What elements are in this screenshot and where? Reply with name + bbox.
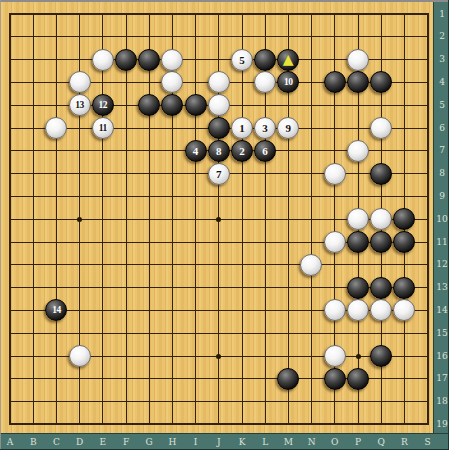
- stone-O14[interactable]: [324, 299, 346, 321]
- go-game-diagram: 5▲101312111394826714 1234567891011121314…: [0, 0, 449, 450]
- move-number: 7: [209, 164, 229, 184]
- move-number: 5: [232, 50, 252, 70]
- stone-D4[interactable]: [69, 71, 91, 93]
- row-label: 12: [434, 259, 449, 270]
- stone-E6[interactable]: 11: [92, 117, 114, 139]
- column-label: O: [327, 437, 343, 448]
- column-label: R: [396, 437, 412, 448]
- stone-Q16[interactable]: [370, 345, 392, 367]
- row-label: 7: [434, 145, 449, 156]
- column-label: E: [95, 437, 111, 448]
- stone-K3[interactable]: 5: [231, 49, 253, 71]
- stone-P13[interactable]: [347, 277, 369, 299]
- column-label: B: [25, 437, 41, 448]
- column-label: L: [257, 437, 273, 448]
- move-number: 6: [255, 141, 275, 161]
- stone-J6[interactable]: [208, 117, 230, 139]
- row-label: 15: [434, 328, 449, 339]
- stone-N12[interactable]: [300, 254, 322, 276]
- move-number: 14: [46, 300, 66, 320]
- stone-P7[interactable]: [347, 140, 369, 162]
- stone-J7[interactable]: 8: [208, 140, 230, 162]
- stone-P11[interactable]: [347, 231, 369, 253]
- column-label: G: [141, 437, 157, 448]
- stone-C14[interactable]: 14: [45, 299, 67, 321]
- row-label: 14: [434, 305, 449, 316]
- column-label: I: [188, 437, 204, 448]
- column-label: F: [118, 437, 134, 448]
- stone-J8[interactable]: 7: [208, 163, 230, 185]
- column-label: N: [304, 437, 320, 448]
- row-label: 11: [434, 237, 449, 248]
- stone-Q11[interactable]: [370, 231, 392, 253]
- stone-P14[interactable]: [347, 299, 369, 321]
- column-label: S: [420, 437, 436, 448]
- move-number: 1: [232, 118, 252, 138]
- column-label: P: [350, 437, 366, 448]
- stone-M4[interactable]: 10: [277, 71, 299, 93]
- stone-E5[interactable]: 12: [92, 94, 114, 116]
- row-label: 16: [434, 351, 449, 362]
- row-label: 17: [434, 373, 449, 384]
- stone-Q4[interactable]: [370, 71, 392, 93]
- column-label: Q: [373, 437, 389, 448]
- stone-H4[interactable]: [161, 71, 183, 93]
- stone-O11[interactable]: [324, 231, 346, 253]
- row-label: 9: [434, 191, 449, 202]
- column-label: K: [234, 437, 250, 448]
- stone-G3[interactable]: [138, 49, 160, 71]
- stone-I7[interactable]: 4: [185, 140, 207, 162]
- stone-J4[interactable]: [208, 71, 230, 93]
- row-label: 19: [434, 419, 449, 430]
- stone-O4[interactable]: [324, 71, 346, 93]
- stone-H3[interactable]: [161, 49, 183, 71]
- stones-layer: 5▲101312111394826714: [0, 3, 439, 436]
- stone-L7[interactable]: 6: [254, 140, 276, 162]
- stone-P4[interactable]: [347, 71, 369, 93]
- row-label: 1: [434, 9, 449, 20]
- stone-H5[interactable]: [161, 94, 183, 116]
- row-label: 6: [434, 123, 449, 134]
- stone-M17[interactable]: [277, 368, 299, 390]
- column-label: H: [164, 437, 180, 448]
- stone-O8[interactable]: [324, 163, 346, 185]
- row-label: 2: [434, 31, 449, 42]
- stone-L6[interactable]: 3: [254, 117, 276, 139]
- column-label: D: [72, 437, 88, 448]
- stone-Q8[interactable]: [370, 163, 392, 185]
- stone-J5[interactable]: [208, 94, 230, 116]
- row-label: 18: [434, 396, 449, 407]
- stone-O16[interactable]: [324, 345, 346, 367]
- row-label: 3: [434, 54, 449, 65]
- move-number: 9: [278, 118, 298, 138]
- stone-M6[interactable]: 9: [277, 117, 299, 139]
- goban[interactable]: 5▲101312111394826714: [0, 0, 433, 433]
- stone-E3[interactable]: [92, 49, 114, 71]
- triangle-marker: ▲: [278, 49, 298, 69]
- move-number: 8: [209, 141, 229, 161]
- stone-K6[interactable]: 1: [231, 117, 253, 139]
- row-label: 5: [434, 100, 449, 111]
- screenshot-top-edge: [0, 0, 449, 2]
- move-number: 10: [278, 72, 298, 92]
- move-number: 11: [93, 118, 113, 138]
- stone-Q10[interactable]: [370, 208, 392, 230]
- stone-D16[interactable]: [69, 345, 91, 367]
- stone-P17[interactable]: [347, 368, 369, 390]
- stone-I5[interactable]: [185, 94, 207, 116]
- column-coordinates-strip: ABCDEFGHIJKLMNOPQRS: [0, 433, 449, 450]
- stone-F3[interactable]: [115, 49, 137, 71]
- stone-G5[interactable]: [138, 94, 160, 116]
- stone-D5[interactable]: 13: [69, 94, 91, 116]
- stone-R11[interactable]: [393, 231, 415, 253]
- stone-L3[interactable]: [254, 49, 276, 71]
- stone-M3[interactable]: ▲: [277, 49, 299, 71]
- stone-K7[interactable]: 2: [231, 140, 253, 162]
- row-label: 10: [434, 214, 449, 225]
- stone-Q6[interactable]: [370, 117, 392, 139]
- row-label: 4: [434, 77, 449, 88]
- row-coordinates-strip: 12345678910111213141516171819: [433, 0, 449, 433]
- stone-R10[interactable]: [393, 208, 415, 230]
- column-label: J: [211, 437, 227, 448]
- row-label: 13: [434, 282, 449, 293]
- stone-C6[interactable]: [45, 117, 67, 139]
- move-number: 12: [93, 95, 113, 115]
- move-number: 13: [70, 95, 90, 115]
- column-label: A: [2, 437, 18, 448]
- move-number: 3: [255, 118, 275, 138]
- screenshot-left-edge: [0, 0, 1, 450]
- stone-P3[interactable]: [347, 49, 369, 71]
- stone-L4[interactable]: [254, 71, 276, 93]
- move-number: 4: [186, 141, 206, 161]
- stone-Q14[interactable]: [370, 299, 392, 321]
- stone-P10[interactable]: [347, 208, 369, 230]
- column-label: M: [280, 437, 296, 448]
- move-number: 2: [232, 141, 252, 161]
- column-label: C: [48, 437, 64, 448]
- stone-R14[interactable]: [393, 299, 415, 321]
- stone-O17[interactable]: [324, 368, 346, 390]
- row-label: 8: [434, 168, 449, 179]
- stone-R13[interactable]: [393, 277, 415, 299]
- stone-Q13[interactable]: [370, 277, 392, 299]
